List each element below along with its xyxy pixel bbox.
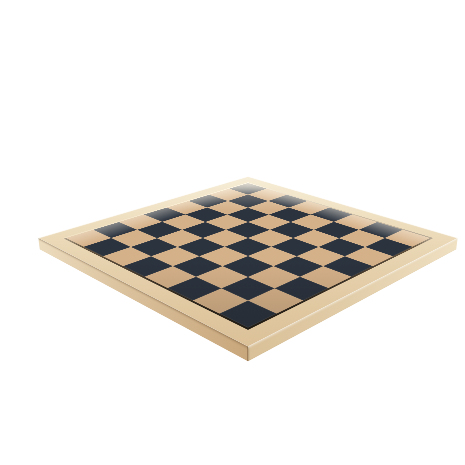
board-square xyxy=(103,247,151,266)
board-square xyxy=(318,238,365,256)
board-square xyxy=(248,247,296,266)
board-square xyxy=(200,247,248,266)
board-recess xyxy=(63,182,434,330)
board-square xyxy=(196,266,248,288)
board-square xyxy=(192,288,248,313)
page-background xyxy=(0,0,465,465)
board-square xyxy=(84,238,131,256)
board-square xyxy=(221,277,275,301)
board-square xyxy=(271,238,318,256)
board-square xyxy=(151,247,199,266)
board-frame xyxy=(38,177,457,347)
board-square xyxy=(323,256,373,277)
board-square xyxy=(273,256,323,277)
board-square xyxy=(275,277,329,301)
board-square xyxy=(145,266,197,288)
board-square xyxy=(178,238,225,256)
board-square xyxy=(365,238,412,256)
board-square xyxy=(225,238,272,256)
board-square xyxy=(173,256,223,277)
board-square xyxy=(223,256,273,277)
board-square xyxy=(345,247,393,266)
board-square xyxy=(219,300,277,327)
board-square xyxy=(296,247,344,266)
board-square xyxy=(248,288,304,313)
board-square xyxy=(123,256,173,277)
board-square xyxy=(248,266,300,288)
checkerboard-grid xyxy=(66,183,430,328)
board-square xyxy=(131,238,178,256)
board-square xyxy=(168,277,222,301)
chess-board xyxy=(38,177,457,347)
board-square xyxy=(300,266,352,288)
